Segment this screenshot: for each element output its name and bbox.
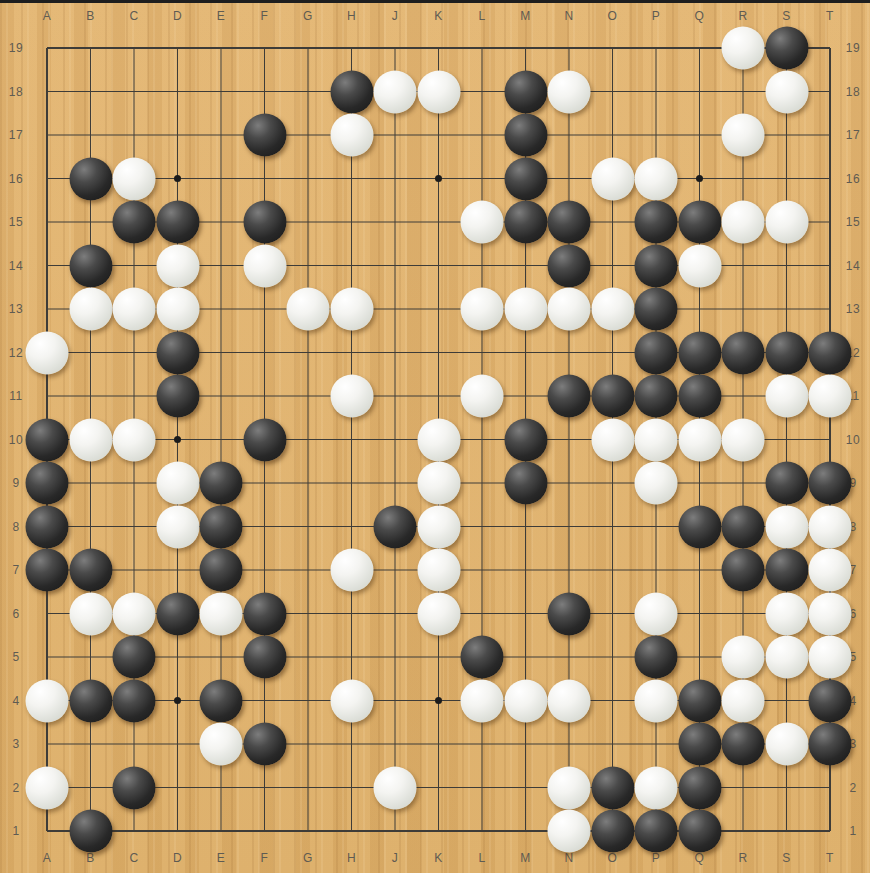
board-point-T17[interactable] bbox=[808, 113, 852, 157]
board-point-H8[interactable] bbox=[330, 505, 374, 549]
board-point-H1[interactable] bbox=[330, 809, 374, 853]
board-point-J3[interactable] bbox=[373, 722, 417, 766]
board-point-K15[interactable] bbox=[417, 200, 461, 244]
board-point-D16[interactable] bbox=[156, 157, 200, 201]
board-point-F3[interactable] bbox=[243, 722, 287, 766]
board-point-P19[interactable] bbox=[634, 26, 678, 70]
board-point-B9[interactable] bbox=[69, 461, 113, 505]
board-point-P17[interactable] bbox=[634, 113, 678, 157]
board-point-B7[interactable] bbox=[69, 548, 113, 592]
board-point-F1[interactable] bbox=[243, 809, 287, 853]
board-point-B8[interactable] bbox=[69, 505, 113, 549]
board-point-H15[interactable] bbox=[330, 200, 374, 244]
board-point-S13[interactable] bbox=[765, 287, 809, 331]
board-point-M10[interactable] bbox=[504, 418, 548, 462]
board-point-O14[interactable] bbox=[591, 244, 635, 288]
board-point-F12[interactable] bbox=[243, 331, 287, 375]
board-point-M6[interactable] bbox=[504, 592, 548, 636]
board-point-C11[interactable] bbox=[112, 374, 156, 418]
board-point-E15[interactable] bbox=[199, 200, 243, 244]
board-point-S18[interactable] bbox=[765, 70, 809, 114]
board-point-L16[interactable] bbox=[460, 157, 504, 201]
board-point-H14[interactable] bbox=[330, 244, 374, 288]
board-point-Q15[interactable] bbox=[678, 200, 722, 244]
board-point-M2[interactable] bbox=[504, 766, 548, 810]
board-point-L8[interactable] bbox=[460, 505, 504, 549]
board-point-T9[interactable] bbox=[808, 461, 852, 505]
board-point-Q4[interactable] bbox=[678, 679, 722, 723]
board-point-N16[interactable] bbox=[547, 157, 591, 201]
board-point-K3[interactable] bbox=[417, 722, 461, 766]
board-point-S3[interactable] bbox=[765, 722, 809, 766]
board-point-Q18[interactable] bbox=[678, 70, 722, 114]
board-point-S8[interactable] bbox=[765, 505, 809, 549]
board-point-J10[interactable] bbox=[373, 418, 417, 462]
board-point-K17[interactable] bbox=[417, 113, 461, 157]
board-point-S6[interactable] bbox=[765, 592, 809, 636]
board-point-N17[interactable] bbox=[547, 113, 591, 157]
board-point-A11[interactable] bbox=[25, 374, 69, 418]
board-point-P9[interactable] bbox=[634, 461, 678, 505]
board-point-E9[interactable] bbox=[199, 461, 243, 505]
board-point-F11[interactable] bbox=[243, 374, 287, 418]
board-point-M9[interactable] bbox=[504, 461, 548, 505]
board-point-K12[interactable] bbox=[417, 331, 461, 375]
board-point-T16[interactable] bbox=[808, 157, 852, 201]
board-point-J13[interactable] bbox=[373, 287, 417, 331]
board-point-N2[interactable] bbox=[547, 766, 591, 810]
board-point-B5[interactable] bbox=[69, 635, 113, 679]
board-point-A12[interactable] bbox=[25, 331, 69, 375]
board-point-J8[interactable] bbox=[373, 505, 417, 549]
board-point-E13[interactable] bbox=[199, 287, 243, 331]
board-point-F17[interactable] bbox=[243, 113, 287, 157]
board-point-T14[interactable] bbox=[808, 244, 852, 288]
board-point-M18[interactable] bbox=[504, 70, 548, 114]
board-point-J2[interactable] bbox=[373, 766, 417, 810]
board-point-T12[interactable] bbox=[808, 331, 852, 375]
board-point-E17[interactable] bbox=[199, 113, 243, 157]
board-point-L10[interactable] bbox=[460, 418, 504, 462]
board-point-O6[interactable] bbox=[591, 592, 635, 636]
board-point-G14[interactable] bbox=[286, 244, 330, 288]
board-point-Q1[interactable] bbox=[678, 809, 722, 853]
board-point-R8[interactable] bbox=[721, 505, 765, 549]
board-point-L5[interactable] bbox=[460, 635, 504, 679]
board-point-L9[interactable] bbox=[460, 461, 504, 505]
board-point-J5[interactable] bbox=[373, 635, 417, 679]
board-point-R2[interactable] bbox=[721, 766, 765, 810]
board-point-Q3[interactable] bbox=[678, 722, 722, 766]
board-point-Q8[interactable] bbox=[678, 505, 722, 549]
board-point-O13[interactable] bbox=[591, 287, 635, 331]
board-point-D18[interactable] bbox=[156, 70, 200, 114]
board-point-K5[interactable] bbox=[417, 635, 461, 679]
board-point-J1[interactable] bbox=[373, 809, 417, 853]
board-point-G13[interactable] bbox=[286, 287, 330, 331]
board-point-F6[interactable] bbox=[243, 592, 287, 636]
board-point-G9[interactable] bbox=[286, 461, 330, 505]
board-point-P11[interactable] bbox=[634, 374, 678, 418]
board-point-P10[interactable] bbox=[634, 418, 678, 462]
board-point-E12[interactable] bbox=[199, 331, 243, 375]
board-point-O10[interactable] bbox=[591, 418, 635, 462]
board-point-N3[interactable] bbox=[547, 722, 591, 766]
board-point-P4[interactable] bbox=[634, 679, 678, 723]
board-point-F10[interactable] bbox=[243, 418, 287, 462]
board-point-S14[interactable] bbox=[765, 244, 809, 288]
board-point-R1[interactable] bbox=[721, 809, 765, 853]
board-point-T3[interactable] bbox=[808, 722, 852, 766]
board-point-P6[interactable] bbox=[634, 592, 678, 636]
board-point-D3[interactable] bbox=[156, 722, 200, 766]
board-point-A17[interactable] bbox=[25, 113, 69, 157]
board-point-G7[interactable] bbox=[286, 548, 330, 592]
board-point-A15[interactable] bbox=[25, 200, 69, 244]
board-point-D2[interactable] bbox=[156, 766, 200, 810]
board-point-B2[interactable] bbox=[69, 766, 113, 810]
board-point-J6[interactable] bbox=[373, 592, 417, 636]
board-point-T4[interactable] bbox=[808, 679, 852, 723]
board-point-D12[interactable] bbox=[156, 331, 200, 375]
board-point-S1[interactable] bbox=[765, 809, 809, 853]
board-point-P1[interactable] bbox=[634, 809, 678, 853]
board-point-K2[interactable] bbox=[417, 766, 461, 810]
board-point-D4[interactable] bbox=[156, 679, 200, 723]
board-point-H6[interactable] bbox=[330, 592, 374, 636]
board-point-N15[interactable] bbox=[547, 200, 591, 244]
board-point-O2[interactable] bbox=[591, 766, 635, 810]
board-point-E7[interactable] bbox=[199, 548, 243, 592]
board-point-H4[interactable] bbox=[330, 679, 374, 723]
board-point-F4[interactable] bbox=[243, 679, 287, 723]
board-point-K19[interactable] bbox=[417, 26, 461, 70]
board-point-J11[interactable] bbox=[373, 374, 417, 418]
board-point-A16[interactable] bbox=[25, 157, 69, 201]
board-point-F13[interactable] bbox=[243, 287, 287, 331]
board-point-G5[interactable] bbox=[286, 635, 330, 679]
board-point-E4[interactable] bbox=[199, 679, 243, 723]
board-point-D1[interactable] bbox=[156, 809, 200, 853]
board-point-D6[interactable] bbox=[156, 592, 200, 636]
board-point-O11[interactable] bbox=[591, 374, 635, 418]
board-point-C5[interactable] bbox=[112, 635, 156, 679]
board-point-D10[interactable] bbox=[156, 418, 200, 462]
board-point-M15[interactable] bbox=[504, 200, 548, 244]
board-point-E11[interactable] bbox=[199, 374, 243, 418]
board-point-G1[interactable] bbox=[286, 809, 330, 853]
board-point-C8[interactable] bbox=[112, 505, 156, 549]
board-point-M13[interactable] bbox=[504, 287, 548, 331]
board-point-B12[interactable] bbox=[69, 331, 113, 375]
board-point-S10[interactable] bbox=[765, 418, 809, 462]
board-point-H5[interactable] bbox=[330, 635, 374, 679]
board-point-B17[interactable] bbox=[69, 113, 113, 157]
board-point-N5[interactable] bbox=[547, 635, 591, 679]
board-point-E18[interactable] bbox=[199, 70, 243, 114]
board-point-A9[interactable] bbox=[25, 461, 69, 505]
board-point-E14[interactable] bbox=[199, 244, 243, 288]
board-point-F19[interactable] bbox=[243, 26, 287, 70]
board-point-S16[interactable] bbox=[765, 157, 809, 201]
board-point-M16[interactable] bbox=[504, 157, 548, 201]
board-point-P12[interactable] bbox=[634, 331, 678, 375]
board-point-M14[interactable] bbox=[504, 244, 548, 288]
board-point-A14[interactable] bbox=[25, 244, 69, 288]
board-point-O8[interactable] bbox=[591, 505, 635, 549]
board-point-A7[interactable] bbox=[25, 548, 69, 592]
board-point-K1[interactable] bbox=[417, 809, 461, 853]
board-point-E3[interactable] bbox=[199, 722, 243, 766]
board-point-D8[interactable] bbox=[156, 505, 200, 549]
board-point-F18[interactable] bbox=[243, 70, 287, 114]
board-point-K4[interactable] bbox=[417, 679, 461, 723]
board-point-N9[interactable] bbox=[547, 461, 591, 505]
board-point-A2[interactable] bbox=[25, 766, 69, 810]
board-point-M12[interactable] bbox=[504, 331, 548, 375]
board-point-Q14[interactable] bbox=[678, 244, 722, 288]
board-point-Q5[interactable] bbox=[678, 635, 722, 679]
board-point-G10[interactable] bbox=[286, 418, 330, 462]
board-point-T7[interactable] bbox=[808, 548, 852, 592]
board-point-R15[interactable] bbox=[721, 200, 765, 244]
board-point-T6[interactable] bbox=[808, 592, 852, 636]
board-point-N11[interactable] bbox=[547, 374, 591, 418]
board-point-M4[interactable] bbox=[504, 679, 548, 723]
board-point-Q16[interactable] bbox=[678, 157, 722, 201]
board-point-O9[interactable] bbox=[591, 461, 635, 505]
board-point-F8[interactable] bbox=[243, 505, 287, 549]
board-point-E19[interactable] bbox=[199, 26, 243, 70]
board-point-O7[interactable] bbox=[591, 548, 635, 592]
board-point-E16[interactable] bbox=[199, 157, 243, 201]
board-point-L4[interactable] bbox=[460, 679, 504, 723]
board-point-K7[interactable] bbox=[417, 548, 461, 592]
board-point-K11[interactable] bbox=[417, 374, 461, 418]
board-point-E1[interactable] bbox=[199, 809, 243, 853]
board-point-T15[interactable] bbox=[808, 200, 852, 244]
board-point-D5[interactable] bbox=[156, 635, 200, 679]
board-point-G2[interactable] bbox=[286, 766, 330, 810]
board-point-G12[interactable] bbox=[286, 331, 330, 375]
board-point-G15[interactable] bbox=[286, 200, 330, 244]
board-point-R9[interactable] bbox=[721, 461, 765, 505]
board-point-G18[interactable] bbox=[286, 70, 330, 114]
board-point-L15[interactable] bbox=[460, 200, 504, 244]
board-point-D17[interactable] bbox=[156, 113, 200, 157]
board-point-H3[interactable] bbox=[330, 722, 374, 766]
board-point-H12[interactable] bbox=[330, 331, 374, 375]
board-point-D13[interactable] bbox=[156, 287, 200, 331]
board-point-M19[interactable] bbox=[504, 26, 548, 70]
board-point-T19[interactable] bbox=[808, 26, 852, 70]
board-point-N12[interactable] bbox=[547, 331, 591, 375]
board-point-B18[interactable] bbox=[69, 70, 113, 114]
board-point-S11[interactable] bbox=[765, 374, 809, 418]
board-point-O17[interactable] bbox=[591, 113, 635, 157]
board-point-P7[interactable] bbox=[634, 548, 678, 592]
board-point-N18[interactable] bbox=[547, 70, 591, 114]
board-point-J7[interactable] bbox=[373, 548, 417, 592]
board-point-D15[interactable] bbox=[156, 200, 200, 244]
board-point-H10[interactable] bbox=[330, 418, 374, 462]
board-point-N14[interactable] bbox=[547, 244, 591, 288]
board-point-J17[interactable] bbox=[373, 113, 417, 157]
board-point-A6[interactable] bbox=[25, 592, 69, 636]
board-point-P5[interactable] bbox=[634, 635, 678, 679]
board-point-C16[interactable] bbox=[112, 157, 156, 201]
board-point-L17[interactable] bbox=[460, 113, 504, 157]
board-point-M8[interactable] bbox=[504, 505, 548, 549]
board-point-M5[interactable] bbox=[504, 635, 548, 679]
board-point-S7[interactable] bbox=[765, 548, 809, 592]
board-point-A5[interactable] bbox=[25, 635, 69, 679]
board-point-J12[interactable] bbox=[373, 331, 417, 375]
board-point-K9[interactable] bbox=[417, 461, 461, 505]
board-point-C2[interactable] bbox=[112, 766, 156, 810]
board-point-B6[interactable] bbox=[69, 592, 113, 636]
board-point-M17[interactable] bbox=[504, 113, 548, 157]
board-point-P15[interactable] bbox=[634, 200, 678, 244]
board-point-Q6[interactable] bbox=[678, 592, 722, 636]
board-point-N4[interactable] bbox=[547, 679, 591, 723]
board-point-C7[interactable] bbox=[112, 548, 156, 592]
board-point-D14[interactable] bbox=[156, 244, 200, 288]
board-point-A1[interactable] bbox=[25, 809, 69, 853]
board-point-C14[interactable] bbox=[112, 244, 156, 288]
board-point-O18[interactable] bbox=[591, 70, 635, 114]
board-point-R18[interactable] bbox=[721, 70, 765, 114]
board-point-M7[interactable] bbox=[504, 548, 548, 592]
board-point-H13[interactable] bbox=[330, 287, 374, 331]
board-point-K16[interactable] bbox=[417, 157, 461, 201]
board-point-A10[interactable] bbox=[25, 418, 69, 462]
board-point-T1[interactable] bbox=[808, 809, 852, 853]
board-point-M3[interactable] bbox=[504, 722, 548, 766]
board-point-H9[interactable] bbox=[330, 461, 374, 505]
board-point-D11[interactable] bbox=[156, 374, 200, 418]
board-point-C3[interactable] bbox=[112, 722, 156, 766]
board-point-S15[interactable] bbox=[765, 200, 809, 244]
board-point-O19[interactable] bbox=[591, 26, 635, 70]
board-point-E2[interactable] bbox=[199, 766, 243, 810]
board-point-L13[interactable] bbox=[460, 287, 504, 331]
board-point-F7[interactable] bbox=[243, 548, 287, 592]
board-point-K13[interactable] bbox=[417, 287, 461, 331]
board-point-A19[interactable] bbox=[25, 26, 69, 70]
board-point-Q13[interactable] bbox=[678, 287, 722, 331]
board-point-P2[interactable] bbox=[634, 766, 678, 810]
board-point-D19[interactable] bbox=[156, 26, 200, 70]
board-point-E8[interactable] bbox=[199, 505, 243, 549]
board-point-B19[interactable] bbox=[69, 26, 113, 70]
board-point-P8[interactable] bbox=[634, 505, 678, 549]
board-point-R17[interactable] bbox=[721, 113, 765, 157]
board-point-F9[interactable] bbox=[243, 461, 287, 505]
board-point-Q12[interactable] bbox=[678, 331, 722, 375]
board-point-P14[interactable] bbox=[634, 244, 678, 288]
board-point-G11[interactable] bbox=[286, 374, 330, 418]
board-point-J15[interactable] bbox=[373, 200, 417, 244]
board-point-P3[interactable] bbox=[634, 722, 678, 766]
board-point-Q9[interactable] bbox=[678, 461, 722, 505]
board-point-B1[interactable] bbox=[69, 809, 113, 853]
board-point-K18[interactable] bbox=[417, 70, 461, 114]
board-point-C13[interactable] bbox=[112, 287, 156, 331]
board-point-H2[interactable] bbox=[330, 766, 374, 810]
board-point-C1[interactable] bbox=[112, 809, 156, 853]
board-point-Q2[interactable] bbox=[678, 766, 722, 810]
board-point-T13[interactable] bbox=[808, 287, 852, 331]
board-point-G17[interactable] bbox=[286, 113, 330, 157]
board-point-J14[interactable] bbox=[373, 244, 417, 288]
board-point-F15[interactable] bbox=[243, 200, 287, 244]
board-point-L3[interactable] bbox=[460, 722, 504, 766]
board-point-G4[interactable] bbox=[286, 679, 330, 723]
board-point-S4[interactable] bbox=[765, 679, 809, 723]
board-point-O12[interactable] bbox=[591, 331, 635, 375]
board-point-B13[interactable] bbox=[69, 287, 113, 331]
board-point-N13[interactable] bbox=[547, 287, 591, 331]
board-point-J18[interactable] bbox=[373, 70, 417, 114]
board-point-B16[interactable] bbox=[69, 157, 113, 201]
board-point-B3[interactable] bbox=[69, 722, 113, 766]
board-point-R13[interactable] bbox=[721, 287, 765, 331]
board-point-S5[interactable] bbox=[765, 635, 809, 679]
board-point-R5[interactable] bbox=[721, 635, 765, 679]
board-point-J9[interactable] bbox=[373, 461, 417, 505]
board-point-F2[interactable] bbox=[243, 766, 287, 810]
board-point-B10[interactable] bbox=[69, 418, 113, 462]
board-point-O15[interactable] bbox=[591, 200, 635, 244]
board-point-N6[interactable] bbox=[547, 592, 591, 636]
board-point-F16[interactable] bbox=[243, 157, 287, 201]
board-point-T8[interactable] bbox=[808, 505, 852, 549]
board-point-L14[interactable] bbox=[460, 244, 504, 288]
board-point-G19[interactable] bbox=[286, 26, 330, 70]
board-point-R11[interactable] bbox=[721, 374, 765, 418]
board-point-R12[interactable] bbox=[721, 331, 765, 375]
board-point-A4[interactable] bbox=[25, 679, 69, 723]
board-point-B4[interactable] bbox=[69, 679, 113, 723]
board-point-R3[interactable] bbox=[721, 722, 765, 766]
board-point-F5[interactable] bbox=[243, 635, 287, 679]
board-point-K8[interactable] bbox=[417, 505, 461, 549]
board-point-H19[interactable] bbox=[330, 26, 374, 70]
board-point-S9[interactable] bbox=[765, 461, 809, 505]
board-point-B15[interactable] bbox=[69, 200, 113, 244]
board-point-L7[interactable] bbox=[460, 548, 504, 592]
board-point-F14[interactable] bbox=[243, 244, 287, 288]
board-point-R10[interactable] bbox=[721, 418, 765, 462]
board-point-N10[interactable] bbox=[547, 418, 591, 462]
board-point-S19[interactable] bbox=[765, 26, 809, 70]
board-point-L2[interactable] bbox=[460, 766, 504, 810]
board-point-H7[interactable] bbox=[330, 548, 374, 592]
board-point-E5[interactable] bbox=[199, 635, 243, 679]
board-point-L6[interactable] bbox=[460, 592, 504, 636]
board-point-T18[interactable] bbox=[808, 70, 852, 114]
board-point-E6[interactable] bbox=[199, 592, 243, 636]
board-point-R4[interactable] bbox=[721, 679, 765, 723]
board-point-D7[interactable] bbox=[156, 548, 200, 592]
board-point-S17[interactable] bbox=[765, 113, 809, 157]
board-point-C15[interactable] bbox=[112, 200, 156, 244]
board-point-K10[interactable] bbox=[417, 418, 461, 462]
board-point-G8[interactable] bbox=[286, 505, 330, 549]
board-point-L11[interactable] bbox=[460, 374, 504, 418]
board-point-L19[interactable] bbox=[460, 26, 504, 70]
